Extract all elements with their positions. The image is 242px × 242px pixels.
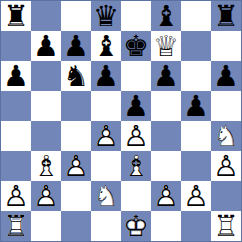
square-d2[interactable]: ♞♘ [91, 181, 121, 211]
square-h8[interactable]: ♜ [211, 1, 241, 31]
square-b2[interactable]: ♟♙ [31, 181, 61, 211]
square-b6[interactable] [31, 61, 61, 91]
square-d4[interactable]: ♟♙ [91, 121, 121, 151]
square-b5[interactable] [31, 91, 61, 121]
square-f2[interactable]: ♟♙ [151, 181, 181, 211]
square-d3[interactable] [91, 151, 121, 181]
square-f8[interactable]: ♝ [151, 1, 181, 31]
square-f7[interactable]: ♛♕ [151, 31, 181, 61]
square-e4[interactable]: ♟♙ [121, 121, 151, 151]
white-pawn-piece: ♟♙ [181, 181, 211, 211]
black-pawn-piece: ♟ [181, 91, 211, 121]
white-pawn-piece: ♟♙ [121, 121, 151, 151]
square-e7[interactable]: ♚ [121, 31, 151, 61]
square-b1[interactable] [31, 211, 61, 241]
chess-board: ♜♛♝♜♟♟♝♚♛♕♟♞♟♟♟♟♟♟♙♟♙♞♘♝♗♟♙♝♗♟♙♟♙♟♙♞♘♟♙♟… [0, 0, 242, 242]
white-knight-piece: ♞♘ [91, 181, 121, 211]
square-a8[interactable]: ♜ [1, 1, 31, 31]
square-c2[interactable] [61, 181, 91, 211]
black-pawn-piece: ♟ [121, 91, 151, 121]
square-d5[interactable] [91, 91, 121, 121]
white-knight-piece: ♞♘ [211, 121, 241, 151]
black-pawn-piece: ♟ [91, 61, 121, 91]
white-queen-piece: ♛♕ [151, 31, 181, 61]
square-e5[interactable]: ♟ [121, 91, 151, 121]
square-f3[interactable] [151, 151, 181, 181]
square-c4[interactable] [61, 121, 91, 151]
square-h6[interactable]: ♟ [211, 61, 241, 91]
black-pawn-piece: ♟ [151, 61, 181, 91]
white-pawn-piece: ♟♙ [1, 181, 31, 211]
square-c1[interactable] [61, 211, 91, 241]
square-g6[interactable] [181, 61, 211, 91]
square-d6[interactable]: ♟ [91, 61, 121, 91]
square-a3[interactable] [1, 151, 31, 181]
square-d1[interactable] [91, 211, 121, 241]
black-rook-piece: ♜ [1, 1, 31, 31]
square-a1[interactable]: ♜♖ [1, 211, 31, 241]
square-c7[interactable]: ♟ [61, 31, 91, 61]
square-c3[interactable]: ♟♙ [61, 151, 91, 181]
square-f6[interactable]: ♟ [151, 61, 181, 91]
square-g7[interactable] [181, 31, 211, 61]
square-a2[interactable]: ♟♙ [1, 181, 31, 211]
square-g1[interactable] [181, 211, 211, 241]
black-knight-piece: ♞ [61, 61, 91, 91]
square-g4[interactable] [181, 121, 211, 151]
square-b3[interactable]: ♝♗ [31, 151, 61, 181]
black-pawn-piece: ♟ [1, 61, 31, 91]
square-a4[interactable] [1, 121, 31, 151]
white-pawn-piece: ♟♙ [151, 181, 181, 211]
black-pawn-piece: ♟ [61, 31, 91, 61]
square-a5[interactable] [1, 91, 31, 121]
square-b8[interactable] [31, 1, 61, 31]
square-a7[interactable] [1, 31, 31, 61]
black-pawn-piece: ♟ [31, 31, 61, 61]
square-c8[interactable] [61, 1, 91, 31]
black-queen-piece: ♛ [91, 1, 121, 31]
white-pawn-piece: ♟♙ [91, 121, 121, 151]
white-bishop-piece: ♝♗ [31, 151, 61, 181]
square-g5[interactable]: ♟ [181, 91, 211, 121]
square-e6[interactable] [121, 61, 151, 91]
square-a6[interactable]: ♟ [1, 61, 31, 91]
white-king-piece: ♚♔ [121, 211, 151, 241]
square-h7[interactable] [211, 31, 241, 61]
square-d7[interactable]: ♝ [91, 31, 121, 61]
square-b7[interactable]: ♟ [31, 31, 61, 61]
square-e8[interactable] [121, 1, 151, 31]
square-c6[interactable]: ♞ [61, 61, 91, 91]
square-h2[interactable] [211, 181, 241, 211]
square-f5[interactable] [151, 91, 181, 121]
square-d8[interactable]: ♛ [91, 1, 121, 31]
square-f1[interactable] [151, 211, 181, 241]
black-king-piece: ♚ [121, 31, 151, 61]
square-h3[interactable]: ♟♙ [211, 151, 241, 181]
square-e1[interactable]: ♚♔ [121, 211, 151, 241]
square-e2[interactable] [121, 181, 151, 211]
white-pawn-piece: ♟♙ [31, 181, 61, 211]
square-g3[interactable] [181, 151, 211, 181]
white-rook-piece: ♜♖ [1, 211, 31, 241]
square-h1[interactable]: ♜♖ [211, 211, 241, 241]
black-bishop-piece: ♝ [151, 1, 181, 31]
square-h5[interactable] [211, 91, 241, 121]
square-g8[interactable] [181, 1, 211, 31]
square-e3[interactable]: ♝♗ [121, 151, 151, 181]
white-pawn-piece: ♟♙ [61, 151, 91, 181]
white-rook-piece: ♜♖ [211, 211, 241, 241]
square-c5[interactable] [61, 91, 91, 121]
white-pawn-piece: ♟♙ [211, 151, 241, 181]
square-h4[interactable]: ♞♘ [211, 121, 241, 151]
black-bishop-piece: ♝ [91, 31, 121, 61]
square-b4[interactable] [31, 121, 61, 151]
white-bishop-piece: ♝♗ [121, 151, 151, 181]
black-rook-piece: ♜ [211, 1, 241, 31]
square-g2[interactable]: ♟♙ [181, 181, 211, 211]
black-pawn-piece: ♟ [211, 61, 241, 91]
square-f4[interactable] [151, 121, 181, 151]
